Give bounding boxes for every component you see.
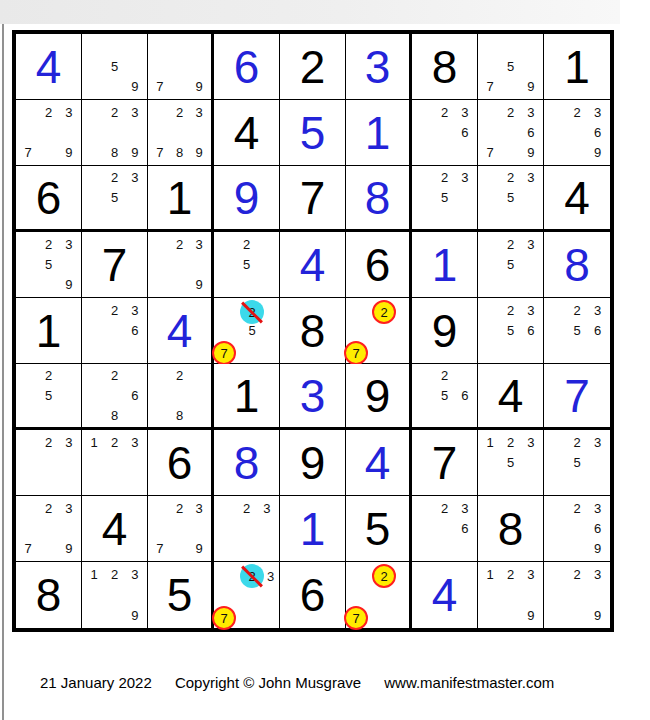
- cell-r6c4[interactable]: 1: [214, 364, 280, 430]
- candidate: 5: [38, 386, 58, 406]
- solved-digit: 4: [148, 298, 211, 363]
- candidate: 3: [59, 234, 79, 254]
- candidate: 9: [189, 539, 209, 559]
- cell-r5c4[interactable]: 257: [214, 298, 280, 364]
- candidate: 2: [104, 102, 124, 122]
- cell-r1c1[interactable]: 4: [16, 34, 82, 100]
- candidate: 2: [104, 300, 124, 320]
- cell-r2c1[interactable]: 2379: [16, 100, 82, 166]
- pencil-marks: 2379: [16, 100, 81, 165]
- cell-r4c1[interactable]: 2359: [16, 232, 82, 298]
- cell-r6c9[interactable]: 7: [544, 364, 610, 430]
- candidate: 3: [587, 498, 608, 518]
- given-digit: 1: [544, 34, 610, 99]
- candidate: 9: [59, 275, 79, 295]
- cell-r3c8[interactable]: 235: [478, 166, 544, 232]
- candidate: 9: [125, 77, 145, 97]
- candidate: 3: [125, 432, 145, 452]
- cell-r4c5[interactable]: 4: [280, 232, 346, 298]
- cell-r4c9[interactable]: 8: [544, 232, 610, 298]
- pencil-marks: 2359: [16, 232, 81, 297]
- candidate: 7: [150, 143, 170, 163]
- pencil-marks: 123: [82, 430, 147, 495]
- candidate: 5: [240, 324, 264, 337]
- cell-r6c3[interactable]: 28: [148, 364, 214, 430]
- candidate: 5: [567, 320, 588, 340]
- pencil-marks: 235: [82, 166, 147, 229]
- solved-digit: 8: [214, 430, 279, 495]
- pencil-marks: 2369: [544, 496, 610, 561]
- candidate: 1: [480, 564, 500, 585]
- cell-r3c3[interactable]: 1: [148, 166, 214, 232]
- cell-r9c5[interactable]: 6: [280, 562, 346, 628]
- candidate: 2: [567, 498, 588, 518]
- cell-r3c6[interactable]: 8: [346, 166, 412, 232]
- solved-digit: 3: [280, 364, 345, 427]
- cell-r2c4[interactable]: 4: [214, 100, 280, 166]
- cell-r7c2[interactable]: 123: [82, 430, 148, 496]
- candidate-cyan-slashed: 2: [240, 564, 264, 588]
- cell-r7c9[interactable]: 235: [544, 430, 610, 496]
- candidate: 2: [104, 366, 124, 386]
- candidate: 3: [257, 498, 277, 518]
- given-digit: 6: [280, 562, 345, 628]
- cell-r5c8[interactable]: 2356: [478, 298, 544, 364]
- cell-r1c4[interactable]: 6: [214, 34, 280, 100]
- candidate: 3: [264, 564, 277, 588]
- candidate: 9: [521, 77, 541, 97]
- pencil-marks: 23679: [478, 100, 543, 165]
- candidate: 3: [521, 102, 541, 122]
- candidate: 2: [500, 102, 520, 122]
- candidate: 7: [480, 143, 500, 163]
- cell-r6c8[interactable]: 4: [478, 364, 544, 430]
- pencil-marks: 237: [214, 562, 279, 628]
- cell-r9c4[interactable]: 237: [214, 562, 280, 628]
- cell-r8c3[interactable]: 2379: [148, 496, 214, 562]
- footer-copyright: Copyright © John Musgrave: [175, 674, 361, 691]
- cell-r6c5[interactable]: 3: [280, 364, 346, 430]
- given-digit: 1: [148, 166, 211, 229]
- solved-digit: 9: [214, 166, 279, 229]
- candidate: 9: [189, 275, 209, 295]
- pencil-marks: 256: [412, 364, 477, 427]
- solved-digit: 1: [346, 100, 409, 165]
- solved-digit: 4: [412, 562, 477, 628]
- solved-digit: 1: [412, 232, 477, 297]
- candidate: 2: [500, 168, 520, 188]
- given-digit: 6: [16, 166, 81, 229]
- candidate-yellow-circled: 2: [372, 564, 396, 588]
- candidate: 9: [189, 77, 209, 97]
- cell-r2c2[interactable]: 2389: [82, 100, 148, 166]
- candidate-cyan-slashed: 2: [240, 300, 264, 324]
- pencil-marks: 2356: [478, 298, 543, 363]
- pencil-marks: 235: [412, 166, 477, 229]
- given-digit: 7: [280, 166, 345, 229]
- candidate: 3: [587, 300, 608, 320]
- candidate: 2: [236, 234, 256, 254]
- given-digit: 1: [16, 298, 81, 363]
- pencil-marks: 2356: [544, 298, 610, 363]
- pencil-marks: 2379: [148, 496, 211, 561]
- candidate: 3: [189, 102, 209, 122]
- given-digit: 6: [346, 232, 409, 297]
- candidate: 3: [125, 564, 145, 585]
- candidate: 8: [104, 405, 124, 425]
- candidate: 3: [125, 168, 145, 188]
- cell-r2c5[interactable]: 5: [280, 100, 346, 166]
- candidate: 6: [455, 386, 475, 406]
- candidate: 6: [455, 518, 475, 538]
- candidate: 3: [59, 498, 79, 518]
- pencil-marks: 1239: [478, 562, 543, 628]
- given-digit: 9: [280, 430, 345, 495]
- candidate: 2: [434, 168, 454, 188]
- pencil-marks: 25: [16, 364, 81, 427]
- candidate: 9: [587, 143, 608, 163]
- cell-r7c6[interactable]: 4: [346, 430, 412, 496]
- candidate: 2: [567, 564, 588, 585]
- footer-website: www.manifestmaster.com: [384, 674, 554, 691]
- candidate: 7: [150, 539, 170, 559]
- candidate: 6: [587, 320, 608, 340]
- candidate: 9: [125, 605, 145, 626]
- footer-date: 21 January 2022: [40, 674, 152, 691]
- cell-r1c5[interactable]: 2: [280, 34, 346, 100]
- candidate: 2: [434, 366, 454, 386]
- candidate: 2: [500, 234, 520, 254]
- candidate: 2: [104, 168, 124, 188]
- candidate: 9: [59, 539, 79, 559]
- given-digit: 9: [346, 364, 409, 427]
- pencil-marks: 235: [544, 430, 610, 495]
- candidate: 5: [500, 452, 520, 472]
- given-digit: 7: [412, 430, 477, 495]
- candidate: 5: [434, 188, 454, 208]
- candidate-yellow-circled: 7: [216, 337, 240, 361]
- candidate: 2: [170, 234, 190, 254]
- solved-digit: 8: [346, 166, 409, 229]
- candidate: 1: [84, 432, 104, 452]
- cell-r1c7[interactable]: 8: [412, 34, 478, 100]
- candidate: 2: [567, 432, 588, 452]
- candidate: 5: [236, 254, 256, 274]
- cell-r5c7[interactable]: 9: [412, 298, 478, 364]
- cell-r7c4[interactable]: 8: [214, 430, 280, 496]
- candidate: 2: [567, 300, 588, 320]
- cell-r9c3[interactable]: 5: [148, 562, 214, 628]
- cell-r4c4[interactable]: 25: [214, 232, 280, 298]
- cell-r4c3[interactable]: 239: [148, 232, 214, 298]
- cell-r8c5[interactable]: 1: [280, 496, 346, 562]
- given-digit: 8: [280, 298, 345, 363]
- cell-r6c7[interactable]: 256: [412, 364, 478, 430]
- given-digit: 1: [214, 364, 279, 427]
- pencil-marks: 257: [214, 298, 279, 363]
- cell-r1c2[interactable]: 59: [82, 34, 148, 100]
- cell-r4c7[interactable]: 1: [412, 232, 478, 298]
- pencil-marks: 23: [16, 430, 81, 495]
- candidate: 2: [567, 102, 588, 122]
- given-digit: 8: [412, 34, 477, 99]
- candidate: 2: [500, 564, 520, 585]
- cell-r1c9[interactable]: 1: [544, 34, 610, 100]
- solved-digit: 4: [280, 232, 345, 297]
- cell-r8c6[interactable]: 5: [346, 496, 412, 562]
- candidate: 9: [521, 605, 541, 626]
- given-digit: 8: [16, 562, 81, 628]
- cell-r3c7[interactable]: 235: [412, 166, 478, 232]
- candidate: 5: [500, 320, 520, 340]
- cell-r8c1[interactable]: 2379: [16, 496, 82, 562]
- candidate: 3: [125, 300, 145, 320]
- candidate: 9: [125, 143, 145, 163]
- candidate: 2: [434, 498, 454, 518]
- cell-r8c2[interactable]: 4: [82, 496, 148, 562]
- candidate: 7: [18, 143, 38, 163]
- cell-r6c1[interactable]: 25: [16, 364, 82, 430]
- candidate: 6: [455, 122, 475, 142]
- cell-r2c3[interactable]: 23789: [148, 100, 214, 166]
- pencil-marks: 236: [412, 100, 477, 165]
- solved-digit: 8: [544, 232, 610, 297]
- solved-digit: 1: [280, 496, 345, 561]
- candidate: 8: [104, 143, 124, 163]
- candidate: 2: [38, 234, 58, 254]
- candidate: 3: [455, 102, 475, 122]
- candidate: 9: [59, 143, 79, 163]
- cell-r9c7[interactable]: 4: [412, 562, 478, 628]
- cell-r2c7[interactable]: 236: [412, 100, 478, 166]
- pencil-marks: 27: [346, 298, 409, 363]
- given-digit: 5: [346, 496, 409, 561]
- candidate: 3: [521, 168, 541, 188]
- candidate: 2: [236, 498, 256, 518]
- candidate: 3: [521, 564, 541, 585]
- candidate-yellow-circled: 7: [216, 602, 240, 626]
- candidate: 3: [59, 102, 79, 122]
- window-edge-line: [2, 24, 4, 720]
- pencil-marks: 236: [82, 298, 147, 363]
- pencil-marks: 25: [214, 232, 279, 297]
- candidate: 2: [170, 498, 190, 518]
- candidate: 6: [125, 320, 145, 340]
- candidate: 5: [500, 254, 520, 274]
- candidate: 1: [84, 564, 104, 585]
- candidate: 2: [38, 366, 58, 386]
- cell-r5c2[interactable]: 236: [82, 298, 148, 364]
- cell-r9c8[interactable]: 1239: [478, 562, 544, 628]
- cell-r4c6[interactable]: 6: [346, 232, 412, 298]
- candidate: 3: [125, 102, 145, 122]
- footer: 21 January 2022 Copyright © John Musgrav…: [40, 674, 554, 691]
- pencil-marks: 23789: [148, 100, 211, 165]
- candidate: 5: [567, 452, 588, 472]
- pencil-marks: 1235: [478, 430, 543, 495]
- candidate: 2: [170, 366, 190, 386]
- candidate: 5: [104, 56, 124, 76]
- cell-r3c2[interactable]: 235: [82, 166, 148, 232]
- cell-r6c6[interactable]: 9: [346, 364, 412, 430]
- candidate-yellow-circled: 7: [348, 602, 372, 626]
- cell-r3c5[interactable]: 7: [280, 166, 346, 232]
- candidate: 6: [521, 122, 541, 142]
- cell-r8c9[interactable]: 2369: [544, 496, 610, 562]
- candidate: 6: [125, 386, 145, 406]
- pencil-marks: 239: [148, 232, 211, 297]
- pencil-marks: 27: [346, 562, 409, 628]
- solved-digit: 4: [346, 430, 409, 495]
- cell-r7c8[interactable]: 1235: [478, 430, 544, 496]
- given-digit: 6: [148, 430, 211, 495]
- given-digit: 5: [148, 562, 211, 628]
- candidate: 3: [59, 432, 79, 452]
- given-digit: 4: [478, 364, 543, 427]
- candidate: 3: [521, 234, 541, 254]
- cell-r5c5[interactable]: 8: [280, 298, 346, 364]
- candidate: 2: [434, 102, 454, 122]
- cell-r7c1[interactable]: 23: [16, 430, 82, 496]
- candidate: 2: [170, 102, 190, 122]
- candidate: 7: [480, 77, 500, 97]
- pencil-marks: 1239: [82, 562, 147, 628]
- candidate-yellow-circled: 2: [372, 300, 396, 324]
- candidate: 5: [434, 386, 454, 406]
- cell-r5c3[interactable]: 4: [148, 298, 214, 364]
- candidate: 2: [38, 498, 58, 518]
- candidate: 8: [170, 143, 190, 163]
- candidate: 7: [18, 539, 38, 559]
- cell-r3c1[interactable]: 6: [16, 166, 82, 232]
- candidate: 3: [521, 432, 541, 452]
- pencil-marks: 2379: [16, 496, 81, 561]
- cell-r8c4[interactable]: 23: [214, 496, 280, 562]
- cell-r5c1[interactable]: 1: [16, 298, 82, 364]
- cell-r4c8[interactable]: 235: [478, 232, 544, 298]
- cell-r6c2[interactable]: 268: [82, 364, 148, 430]
- cell-r9c6[interactable]: 27: [346, 562, 412, 628]
- cell-r8c8[interactable]: 8: [478, 496, 544, 562]
- pencil-marks: 28: [148, 364, 211, 427]
- cell-r2c6[interactable]: 1: [346, 100, 412, 166]
- pencil-marks: 2389: [82, 100, 147, 165]
- cell-r5c9[interactable]: 2356: [544, 298, 610, 364]
- solved-digit: 4: [16, 34, 81, 99]
- candidate: 5: [104, 188, 124, 208]
- candidate: 3: [455, 498, 475, 518]
- given-digit: 8: [478, 496, 543, 561]
- cell-r2c8[interactable]: 23679: [478, 100, 544, 166]
- cell-r9c1[interactable]: 8: [16, 562, 82, 628]
- sudoku-board: 4597962385791237923892378945123623679236…: [12, 30, 614, 632]
- cell-r7c3[interactable]: 6: [148, 430, 214, 496]
- pencil-marks: 23: [214, 496, 279, 561]
- cell-r1c6[interactable]: 3: [346, 34, 412, 100]
- pencil-marks: 268: [82, 364, 147, 427]
- candidate: 3: [189, 234, 209, 254]
- pencil-marks: 59: [82, 34, 147, 99]
- pencil-marks: 239: [544, 562, 610, 628]
- candidate: 2: [104, 564, 124, 585]
- candidate: 7: [150, 77, 170, 97]
- cell-r2c9[interactable]: 2369: [544, 100, 610, 166]
- given-digit: 9: [412, 298, 477, 363]
- candidate: 6: [587, 518, 608, 538]
- cell-r8c7[interactable]: 236: [412, 496, 478, 562]
- candidate: 6: [521, 320, 541, 340]
- cell-r1c3[interactable]: 79: [148, 34, 214, 100]
- candidate: 3: [587, 432, 608, 452]
- candidate: 6: [587, 122, 608, 142]
- candidate: 9: [521, 143, 541, 163]
- pencil-marks: 235: [478, 232, 543, 297]
- cell-r9c9[interactable]: 239: [544, 562, 610, 628]
- cell-r1c8[interactable]: 579: [478, 34, 544, 100]
- candidate: 3: [587, 564, 608, 585]
- candidate: 8: [170, 405, 190, 425]
- candidate-yellow-circled: 7: [348, 337, 372, 361]
- cell-r4c2[interactable]: 7: [82, 232, 148, 298]
- solved-digit: 3: [346, 34, 409, 99]
- solved-digit: 5: [280, 100, 345, 165]
- candidate: 2: [38, 102, 58, 122]
- candidate: 3: [587, 102, 608, 122]
- cell-r3c9[interactable]: 4: [544, 166, 610, 232]
- given-digit: 2: [280, 34, 345, 99]
- pencil-marks: 579: [478, 34, 543, 99]
- given-digit: 4: [82, 496, 147, 561]
- candidate: 3: [455, 168, 475, 188]
- cell-r5c6[interactable]: 27: [346, 298, 412, 364]
- candidate: 9: [587, 539, 608, 559]
- given-digit: 4: [214, 100, 279, 165]
- candidate: 5: [500, 188, 520, 208]
- candidate: 9: [189, 143, 209, 163]
- given-digit: 7: [82, 232, 147, 297]
- candidate: 9: [587, 605, 608, 626]
- cell-r7c5[interactable]: 9: [280, 430, 346, 496]
- candidate: 2: [500, 432, 520, 452]
- candidate: 2: [38, 432, 58, 452]
- candidate: 1: [480, 432, 500, 452]
- pencil-marks: 236: [412, 496, 477, 561]
- candidate: 2: [104, 432, 124, 452]
- candidate: 5: [500, 56, 520, 76]
- pencil-marks: 2369: [544, 100, 610, 165]
- pencil-marks: 79: [148, 34, 211, 99]
- given-digit: 4: [544, 166, 610, 229]
- cell-r3c4[interactable]: 9: [214, 166, 280, 232]
- cell-r9c2[interactable]: 1239: [82, 562, 148, 628]
- pencil-marks: 235: [478, 166, 543, 229]
- candidate: 3: [521, 300, 541, 320]
- solved-digit: 6: [214, 34, 279, 99]
- solved-digit: 7: [544, 364, 610, 427]
- title-bar: [0, 0, 620, 24]
- candidate: 3: [189, 498, 209, 518]
- cell-r7c7[interactable]: 7: [412, 430, 478, 496]
- candidate: 2: [500, 300, 520, 320]
- candidate: 5: [38, 254, 58, 274]
